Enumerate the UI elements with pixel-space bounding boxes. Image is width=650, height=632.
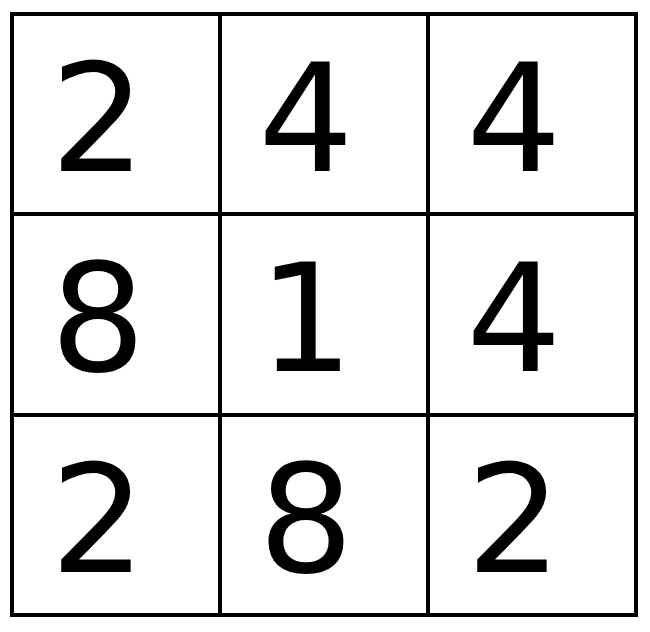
cell-value: 8 [258, 445, 353, 595]
cell-value: 8 [50, 244, 145, 394]
cell-r1c3: 4 [430, 16, 634, 212]
cell-value: 4 [258, 44, 353, 194]
cell-r1c1: 2 [14, 16, 218, 212]
number-grid-board: 2 4 4 8 1 4 2 8 2 [10, 12, 638, 617]
cell-r2c1: 8 [14, 216, 218, 412]
cell-r1c2: 4 [222, 16, 426, 212]
cell-value: 2 [50, 44, 145, 194]
cell-r3c3: 2 [430, 417, 634, 613]
cell-r2c3: 4 [430, 216, 634, 412]
cell-r2c2: 1 [222, 216, 426, 412]
cell-value: 2 [50, 445, 145, 595]
cell-r3c2: 8 [222, 417, 426, 613]
cell-value: 4 [466, 244, 561, 394]
cell-value: 4 [466, 44, 561, 194]
cell-value: 2 [466, 445, 561, 595]
cell-r3c1: 2 [14, 417, 218, 613]
cell-value: 1 [258, 244, 353, 394]
